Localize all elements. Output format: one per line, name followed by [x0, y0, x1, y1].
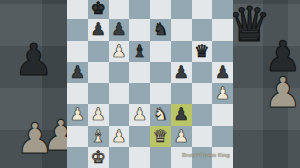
white-pawn-icon: ♟ [132, 106, 147, 123]
white-knight-icon: ♞ [153, 106, 168, 123]
bg-white-pawn-icon: ♟ [264, 72, 300, 114]
square-h4[interactable]: ♟ [212, 83, 233, 104]
square-h7[interactable] [212, 19, 233, 40]
square-f8[interactable] [171, 0, 192, 19]
square-d7[interactable] [129, 19, 150, 40]
square-f5[interactable]: ♟ [171, 62, 192, 83]
square-g2[interactable] [192, 126, 213, 147]
square-h3[interactable] [212, 104, 233, 125]
black-pawn-icon: ♟ [174, 63, 189, 80]
black-pawn-icon: ♟ [215, 63, 230, 80]
square-d1[interactable] [129, 147, 150, 168]
square-a4[interactable] [67, 83, 88, 104]
square-b7[interactable]: ♟ [88, 19, 109, 40]
bg-white-pawn-icon: ♟ [42, 115, 67, 157]
chess-board: ♚♟♟♞♟♝♛♟♟♟♟♟♟♟♞♟♝♟♛♟♚ [67, 0, 233, 168]
square-a6[interactable] [67, 41, 88, 62]
black-king-icon: ♚ [91, 0, 106, 17]
square-e5[interactable] [150, 62, 171, 83]
bg-black-pawn-icon: ♟ [14, 38, 53, 82]
square-g7[interactable] [192, 19, 213, 40]
square-b5[interactable] [88, 62, 109, 83]
square-c2[interactable]: ♟ [109, 126, 130, 147]
square-f6[interactable] [171, 41, 192, 62]
square-a8[interactable] [67, 0, 88, 19]
black-knight-icon: ♞ [153, 21, 168, 38]
square-e2[interactable]: ♛ [150, 126, 171, 147]
square-d6[interactable]: ♝ [129, 41, 150, 62]
watermark: Brutal Chess King [179, 152, 233, 158]
black-pawn-icon: ♟ [91, 21, 106, 38]
white-pawn-icon: ♟ [70, 106, 85, 123]
square-h2[interactable] [212, 126, 233, 147]
square-b3[interactable]: ♟ [88, 104, 109, 125]
square-a5[interactable]: ♟ [67, 62, 88, 83]
background-right-panel: ♛ ♟ ♟ [233, 0, 300, 168]
square-e8[interactable] [150, 0, 171, 19]
white-queen-icon: ♛ [153, 127, 168, 144]
background-left-panel: ♟ ♟ ♟ ♟ [0, 0, 67, 168]
square-b2[interactable]: ♝ [88, 126, 109, 147]
white-pawn-icon: ♟ [91, 106, 106, 123]
black-queen-icon: ♛ [194, 42, 209, 59]
square-g3[interactable] [192, 104, 213, 125]
square-f3[interactable]: ♟ [171, 104, 192, 125]
square-d8[interactable] [129, 0, 150, 19]
square-d4[interactable] [129, 83, 150, 104]
square-e1[interactable] [150, 147, 171, 168]
square-f2[interactable]: ♟ [171, 126, 192, 147]
square-h5[interactable]: ♟ [212, 62, 233, 83]
white-king-icon: ♚ [91, 148, 106, 165]
square-a3[interactable]: ♟ [67, 104, 88, 125]
square-g6[interactable]: ♛ [192, 41, 213, 62]
white-pawn-icon: ♟ [111, 127, 126, 144]
square-f4[interactable] [171, 83, 192, 104]
square-c7[interactable]: ♟ [109, 19, 130, 40]
square-a1[interactable] [67, 147, 88, 168]
square-h6[interactable] [212, 41, 233, 62]
white-pawn-icon: ♟ [111, 42, 126, 59]
square-e3[interactable]: ♞ [150, 104, 171, 125]
square-d3[interactable]: ♟ [129, 104, 150, 125]
square-h8[interactable] [212, 0, 233, 19]
square-c5[interactable] [109, 62, 130, 83]
black-pawn-icon: ♟ [111, 21, 126, 38]
square-g5[interactable] [192, 62, 213, 83]
square-b8[interactable]: ♚ [88, 0, 109, 19]
white-pawn-icon: ♟ [215, 85, 230, 102]
square-b4[interactable] [88, 83, 109, 104]
video-frame: ♟ ♟ ♟ ♟ ♛ ♟ ♟ ♚♟♟♞♟♝♛♟♟♟♟♟♟♟♞♟♝♟♛♟♚ Brut… [0, 0, 300, 168]
square-g8[interactable] [192, 0, 213, 19]
square-d5[interactable] [129, 62, 150, 83]
square-c4[interactable] [109, 83, 130, 104]
square-e6[interactable] [150, 41, 171, 62]
white-pawn-icon: ♟ [174, 127, 189, 144]
square-a7[interactable] [67, 19, 88, 40]
square-b1[interactable]: ♚ [88, 147, 109, 168]
square-e7[interactable]: ♞ [150, 19, 171, 40]
square-e4[interactable] [150, 83, 171, 104]
square-a2[interactable] [67, 126, 88, 147]
square-f7[interactable] [171, 19, 192, 40]
bg-black-piece-fragment-icon: ♟ [33, 0, 67, 6]
square-c6[interactable]: ♟ [109, 41, 130, 62]
square-d2[interactable] [129, 126, 150, 147]
square-c3[interactable] [109, 104, 130, 125]
square-c8[interactable] [109, 0, 130, 19]
white-bishop-icon: ♝ [91, 127, 106, 144]
square-b6[interactable] [88, 41, 109, 62]
square-c1[interactable] [109, 147, 130, 168]
black-bishop-icon: ♝ [132, 42, 147, 59]
black-pawn-icon: ♟ [70, 63, 85, 80]
black-pawn-icon: ♟ [174, 106, 189, 123]
square-g4[interactable] [192, 83, 213, 104]
